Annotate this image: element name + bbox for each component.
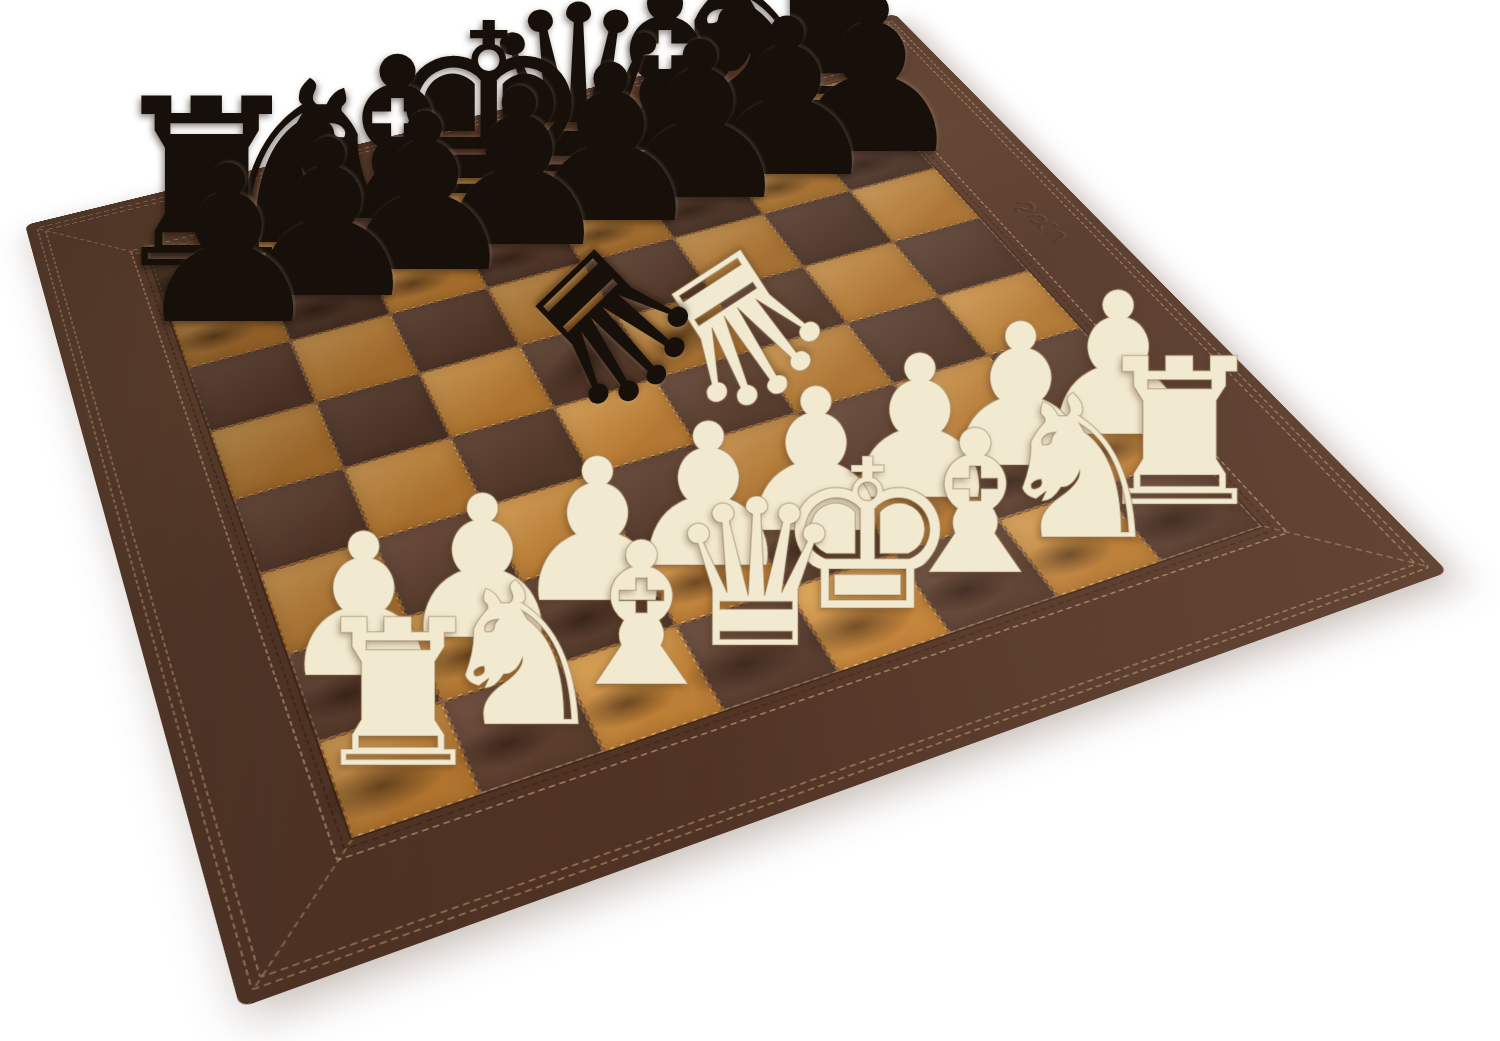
product-photo: ♜♞♝♚♛♝♞♜♟♟♟♟♟♟♟♟♟♟♟♟♟♟♟♟♜♞♝♛♚♝♞♜♛♛ <box>0 0 1500 1041</box>
piece-white-rook-a1[interactable]: ♜ <box>307 592 490 796</box>
piece-black-pawn-a7[interactable]: ♟ <box>131 139 326 356</box>
pieces-layer: ♜♞♝♚♛♝♞♜♟♟♟♟♟♟♟♟♟♟♟♟♟♟♟♟♜♞♝♛♚♝♞♜♛♛ <box>0 0 1500 1041</box>
